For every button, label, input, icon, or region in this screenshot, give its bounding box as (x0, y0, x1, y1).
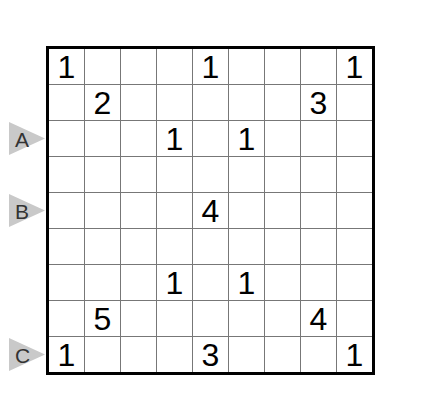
cell-r9c4[interactable] (157, 337, 192, 372)
cell-r5c8[interactable] (301, 193, 336, 228)
row-marker-label: A (15, 128, 29, 149)
cell-r3c4: 1 (157, 121, 192, 156)
cell-r4c6[interactable] (229, 157, 264, 192)
cell-r2c9[interactable] (337, 85, 372, 120)
cell-r7c4: 1 (157, 265, 192, 300)
cell-r7c6: 1 (229, 265, 264, 300)
row-marker-B: B (9, 194, 45, 227)
cell-r5c4[interactable] (157, 193, 192, 228)
cell-r8c2: 5 (85, 301, 120, 336)
cell-r2c7[interactable] (265, 85, 300, 120)
clue-number: 1 (166, 267, 184, 299)
minesweeper-board: 111231141154131 (46, 46, 375, 375)
cell-r8c8: 4 (301, 301, 336, 336)
cell-r4c8[interactable] (301, 157, 336, 192)
clue-number: 3 (202, 339, 220, 371)
cell-r8c6[interactable] (229, 301, 264, 336)
cell-r7c3[interactable] (121, 265, 156, 300)
cell-r1c6[interactable] (229, 49, 264, 84)
cell-r3c6: 1 (229, 121, 264, 156)
cell-r1c8[interactable] (301, 49, 336, 84)
cell-r5c9[interactable] (337, 193, 372, 228)
cell-r6c6[interactable] (229, 229, 264, 264)
clue-number: 1 (346, 51, 364, 83)
cell-r8c3[interactable] (121, 301, 156, 336)
cell-r4c9[interactable] (337, 157, 372, 192)
cell-r6c5[interactable] (193, 229, 228, 264)
cell-r8c4[interactable] (157, 301, 192, 336)
clue-number: 1 (238, 123, 256, 155)
clue-number: 5 (94, 303, 112, 335)
cell-r3c8[interactable] (301, 121, 336, 156)
cell-r3c1[interactable] (49, 121, 84, 156)
cell-r7c5[interactable] (193, 265, 228, 300)
cell-r3c5[interactable] (193, 121, 228, 156)
cell-r4c5[interactable] (193, 157, 228, 192)
cell-r8c1[interactable] (49, 301, 84, 336)
cell-r2c4[interactable] (157, 85, 192, 120)
cell-r1c9: 1 (337, 49, 372, 84)
cell-r9c7[interactable] (265, 337, 300, 372)
cell-r7c9[interactable] (337, 265, 372, 300)
clue-number: 1 (58, 339, 76, 371)
cell-r7c7[interactable] (265, 265, 300, 300)
cell-r5c7[interactable] (265, 193, 300, 228)
row-marker-label: C (15, 344, 30, 365)
row-marker-A: A (9, 122, 45, 155)
row-marker-C: C (9, 338, 45, 371)
clue-number: 1 (346, 339, 364, 371)
cell-r2c5[interactable] (193, 85, 228, 120)
clue-number: 2 (94, 87, 112, 119)
cell-r6c1[interactable] (49, 229, 84, 264)
cell-r3c2[interactable] (85, 121, 120, 156)
cell-r2c3[interactable] (121, 85, 156, 120)
cell-r6c3[interactable] (121, 229, 156, 264)
cell-r5c1[interactable] (49, 193, 84, 228)
cell-r4c7[interactable] (265, 157, 300, 192)
cell-r6c7[interactable] (265, 229, 300, 264)
cell-r9c8[interactable] (301, 337, 336, 372)
cell-r5c3[interactable] (121, 193, 156, 228)
cell-r8c9[interactable] (337, 301, 372, 336)
cell-r1c3[interactable] (121, 49, 156, 84)
cell-r1c7[interactable] (265, 49, 300, 84)
cell-r4c4[interactable] (157, 157, 192, 192)
cell-r9c3[interactable] (121, 337, 156, 372)
cell-r6c4[interactable] (157, 229, 192, 264)
row-marker-label: B (15, 200, 29, 221)
cell-r6c2[interactable] (85, 229, 120, 264)
clue-number: 1 (202, 51, 220, 83)
clue-number: 4 (202, 195, 220, 227)
clue-number: 1 (58, 51, 76, 83)
clue-number: 1 (238, 267, 256, 299)
cell-r6c9[interactable] (337, 229, 372, 264)
cell-r9c5: 3 (193, 337, 228, 372)
cell-r2c2: 2 (85, 85, 120, 120)
cell-r2c8: 3 (301, 85, 336, 120)
cell-r9c2[interactable] (85, 337, 120, 372)
cell-r4c3[interactable] (121, 157, 156, 192)
cell-r7c8[interactable] (301, 265, 336, 300)
cell-r6c8[interactable] (301, 229, 336, 264)
cell-r9c1: 1 (49, 337, 84, 372)
clue-number: 4 (310, 303, 328, 335)
cell-r4c1[interactable] (49, 157, 84, 192)
cell-r1c1: 1 (49, 49, 84, 84)
cell-r2c6[interactable] (229, 85, 264, 120)
cell-r3c3[interactable] (121, 121, 156, 156)
clue-number: 1 (166, 123, 184, 155)
cell-r9c9: 1 (337, 337, 372, 372)
cell-r4c2[interactable] (85, 157, 120, 192)
cell-r5c6[interactable] (229, 193, 264, 228)
cell-r3c7[interactable] (265, 121, 300, 156)
cell-r1c2[interactable] (85, 49, 120, 84)
cell-r5c2[interactable] (85, 193, 120, 228)
cell-r2c1[interactable] (49, 85, 84, 120)
cell-r8c7[interactable] (265, 301, 300, 336)
cell-r1c5: 1 (193, 49, 228, 84)
cell-r1c4[interactable] (157, 49, 192, 84)
cell-r3c9[interactable] (337, 121, 372, 156)
clue-number: 3 (310, 87, 328, 119)
cell-r8c5[interactable] (193, 301, 228, 336)
cell-r5c5: 4 (193, 193, 228, 228)
cell-r9c6[interactable] (229, 337, 264, 372)
cell-r7c2[interactable] (85, 265, 120, 300)
cell-r7c1[interactable] (49, 265, 84, 300)
